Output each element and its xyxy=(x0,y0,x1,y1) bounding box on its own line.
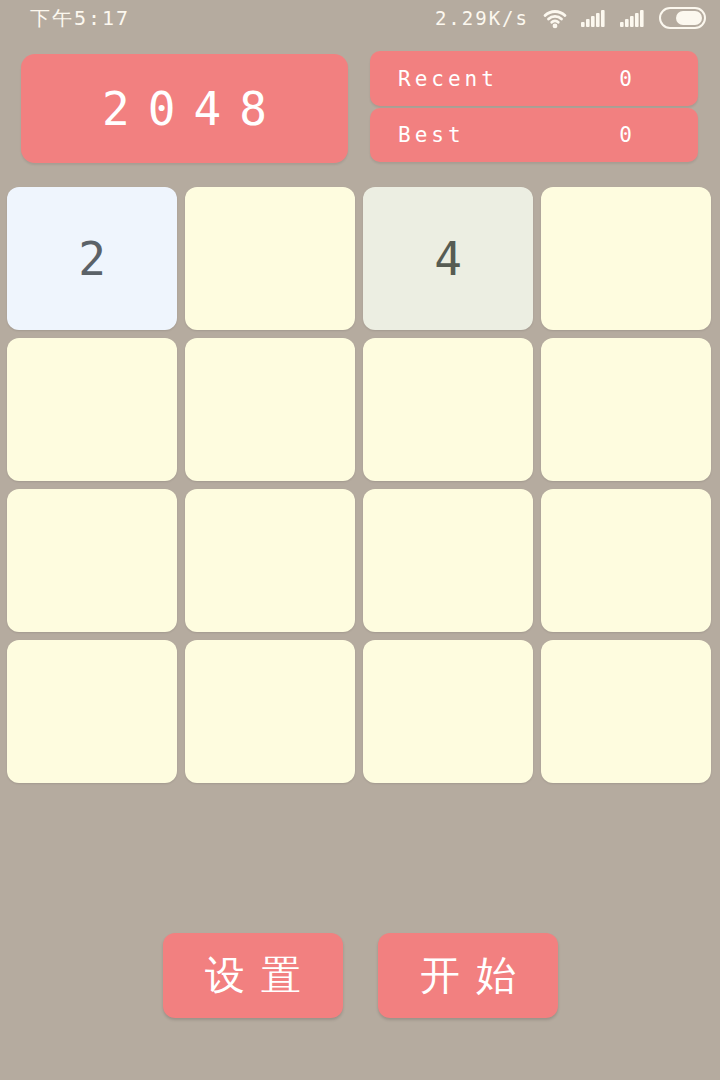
battery-icon xyxy=(659,7,706,29)
settings-button-label: 设置 xyxy=(205,948,317,1003)
empty-cell xyxy=(185,187,355,330)
empty-cell xyxy=(363,640,533,783)
tile-2: 2 xyxy=(7,187,177,330)
app-screen: 下午5:17 2.29K/s xyxy=(0,0,720,1080)
empty-cell xyxy=(7,640,177,783)
start-button-label: 开始 xyxy=(420,948,532,1003)
game-board[interactable]: 24 xyxy=(7,187,711,783)
empty-cell xyxy=(185,489,355,632)
empty-cell xyxy=(7,489,177,632)
signal-icon xyxy=(620,9,646,27)
recent-score-value: 0 xyxy=(619,67,636,91)
game-title-text: 2048 xyxy=(102,82,285,136)
recent-score-panel: Recent 0 xyxy=(370,51,698,106)
settings-button[interactable]: 设置 xyxy=(163,933,343,1018)
empty-cell xyxy=(185,640,355,783)
start-button[interactable]: 开始 xyxy=(378,933,558,1018)
empty-cell xyxy=(363,338,533,481)
empty-cell xyxy=(541,489,711,632)
game-title: 2048 xyxy=(21,54,348,163)
empty-cell xyxy=(7,338,177,481)
best-score-label: Best xyxy=(398,123,465,147)
clock: 下午5:17 xyxy=(30,5,130,32)
battery-fill xyxy=(676,11,702,25)
empty-cell xyxy=(363,489,533,632)
recent-score-label: Recent xyxy=(398,67,498,91)
empty-cell xyxy=(541,187,711,330)
best-score-panel: Best 0 xyxy=(370,108,698,162)
tile-4: 4 xyxy=(363,187,533,330)
empty-cell xyxy=(185,338,355,481)
network-speed: 2.29K/s xyxy=(435,7,529,29)
best-score-value: 0 xyxy=(619,123,636,147)
signal-icon xyxy=(581,9,607,27)
empty-cell xyxy=(541,640,711,783)
status-bar: 下午5:17 2.29K/s xyxy=(0,0,720,36)
empty-cell xyxy=(541,338,711,481)
wifi-icon xyxy=(542,7,568,29)
